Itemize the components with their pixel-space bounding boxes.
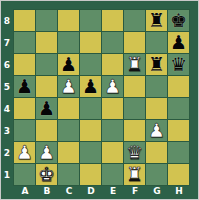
piece-black-pawn-c6[interactable]: ♟	[58, 54, 79, 75]
square-f4[interactable]	[124, 98, 145, 119]
square-f5[interactable]	[124, 76, 145, 97]
piece-black-queen-h6[interactable]: ♛	[168, 54, 189, 75]
square-a1[interactable]	[14, 164, 35, 185]
piece-white-rook-f1[interactable]: ♜	[124, 164, 145, 185]
piece-black-pawn-b4[interactable]: ♟	[36, 98, 57, 119]
square-b1[interactable]: ♚	[36, 164, 57, 185]
square-f1[interactable]: ♜	[124, 164, 145, 185]
square-h7[interactable]: ♟	[168, 32, 189, 53]
square-e8[interactable]	[102, 10, 123, 31]
rank-label-7: 7	[1, 32, 13, 54]
square-b6[interactable]	[36, 54, 57, 75]
square-a3[interactable]	[14, 120, 35, 141]
file-label-c: C	[58, 185, 80, 198]
square-d4[interactable]	[80, 98, 101, 119]
square-d7[interactable]	[80, 32, 101, 53]
chess-board[interactable]: ♜♚♟♟♜♜♛♟♟♟♟♟♟♟♟♛♚♜	[13, 9, 190, 186]
piece-white-pawn-e5[interactable]: ♟	[102, 76, 123, 97]
square-d2[interactable]	[80, 142, 101, 163]
square-c1[interactable]	[58, 164, 79, 185]
square-c3[interactable]	[58, 120, 79, 141]
square-e5[interactable]: ♟	[102, 76, 123, 97]
square-c5[interactable]: ♟	[58, 76, 79, 97]
square-f7[interactable]	[124, 32, 145, 53]
square-a6[interactable]	[14, 54, 35, 75]
piece-white-pawn-a2[interactable]: ♟	[14, 142, 35, 163]
square-b3[interactable]	[36, 120, 57, 141]
square-d8[interactable]	[80, 10, 101, 31]
piece-white-pawn-g3[interactable]: ♟	[146, 120, 167, 141]
piece-black-rook-g8[interactable]: ♜	[146, 10, 167, 31]
square-a4[interactable]	[14, 98, 35, 119]
square-a8[interactable]	[14, 10, 35, 31]
chess-board-frame: 87654321 ♜♚♟♟♜♜♛♟♟♟♟♟♟♟♟♛♚♜ ABCDEFGH	[0, 0, 199, 200]
square-g3[interactable]: ♟	[146, 120, 167, 141]
square-a5[interactable]: ♟	[14, 76, 35, 97]
square-g7[interactable]	[146, 32, 167, 53]
square-h5[interactable]	[168, 76, 189, 97]
square-d6[interactable]	[80, 54, 101, 75]
square-b8[interactable]	[36, 10, 57, 31]
file-label-f: F	[124, 185, 146, 198]
piece-black-king-h8[interactable]: ♚	[168, 10, 189, 31]
file-label-b: B	[36, 185, 58, 198]
square-c6[interactable]: ♟	[58, 54, 79, 75]
square-e3[interactable]	[102, 120, 123, 141]
square-f8[interactable]	[124, 10, 145, 31]
square-e6[interactable]	[102, 54, 123, 75]
square-a7[interactable]	[14, 32, 35, 53]
square-e4[interactable]	[102, 98, 123, 119]
rank-label-4: 4	[1, 98, 13, 120]
square-b4[interactable]: ♟	[36, 98, 57, 119]
square-d1[interactable]	[80, 164, 101, 185]
rank-label-3: 3	[1, 120, 13, 142]
square-g5[interactable]	[146, 76, 167, 97]
square-f3[interactable]	[124, 120, 145, 141]
piece-black-pawn-h7[interactable]: ♟	[168, 32, 189, 53]
piece-black-pawn-d5[interactable]: ♟	[80, 76, 101, 97]
rank-label-8: 8	[1, 10, 13, 32]
rank-label-6: 6	[1, 54, 13, 76]
square-f2[interactable]: ♛	[124, 142, 145, 163]
rank-label-2: 2	[1, 142, 13, 164]
file-label-e: E	[102, 185, 124, 198]
square-h4[interactable]	[168, 98, 189, 119]
square-b7[interactable]	[36, 32, 57, 53]
file-label-h: H	[168, 185, 190, 198]
square-c4[interactable]	[58, 98, 79, 119]
square-e7[interactable]	[102, 32, 123, 53]
file-label-a: A	[14, 185, 36, 198]
square-b5[interactable]	[36, 76, 57, 97]
square-d3[interactable]	[80, 120, 101, 141]
square-h1[interactable]	[168, 164, 189, 185]
piece-white-king-b1[interactable]: ♚	[36, 164, 57, 185]
square-f6[interactable]: ♜	[124, 54, 145, 75]
piece-white-queen-f2[interactable]: ♛	[124, 142, 145, 163]
square-g2[interactable]	[146, 142, 167, 163]
piece-black-pawn-a5[interactable]: ♟	[14, 76, 35, 97]
file-labels: ABCDEFGH	[14, 185, 190, 198]
file-label-d: D	[80, 185, 102, 198]
square-e1[interactable]	[102, 164, 123, 185]
file-label-g: G	[146, 185, 168, 198]
square-g8[interactable]: ♜	[146, 10, 167, 31]
piece-white-pawn-c5[interactable]: ♟	[58, 76, 79, 97]
square-h6[interactable]: ♛	[168, 54, 189, 75]
piece-white-rook-f6[interactable]: ♜	[124, 54, 145, 75]
square-a2[interactable]: ♟	[14, 142, 35, 163]
square-g6[interactable]: ♜	[146, 54, 167, 75]
square-g1[interactable]	[146, 164, 167, 185]
rank-labels: 87654321	[1, 10, 13, 186]
square-b2[interactable]: ♟	[36, 142, 57, 163]
piece-white-pawn-b2[interactable]: ♟	[36, 142, 57, 163]
square-e2[interactable]	[102, 142, 123, 163]
square-c2[interactable]	[58, 142, 79, 163]
rank-label-1: 1	[1, 164, 13, 186]
square-h2[interactable]	[168, 142, 189, 163]
square-h8[interactable]: ♚	[168, 10, 189, 31]
piece-black-rook-g6[interactable]: ♜	[146, 54, 167, 75]
square-g4[interactable]	[146, 98, 167, 119]
square-c8[interactable]	[58, 10, 79, 31]
square-c7[interactable]	[58, 32, 79, 53]
rank-label-5: 5	[1, 76, 13, 98]
square-h3[interactable]	[168, 120, 189, 141]
square-d5[interactable]: ♟	[80, 76, 101, 97]
